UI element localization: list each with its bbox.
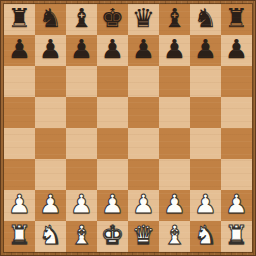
square-c4[interactable]: [66, 128, 97, 159]
square-f5[interactable]: [159, 97, 190, 128]
square-b5[interactable]: [35, 97, 66, 128]
square-f2[interactable]: ♟: [159, 190, 190, 221]
square-e7[interactable]: ♟: [128, 35, 159, 66]
square-a6[interactable]: [4, 66, 35, 97]
piece-black-queen[interactable]: ♛: [132, 3, 155, 34]
square-e4[interactable]: [128, 128, 159, 159]
piece-white-pawn[interactable]: ♟: [194, 189, 217, 220]
square-a2[interactable]: ♟: [4, 190, 35, 221]
square-d2[interactable]: ♟: [97, 190, 128, 221]
square-c3[interactable]: [66, 159, 97, 190]
square-e8[interactable]: ♛: [128, 4, 159, 35]
square-d4[interactable]: [97, 128, 128, 159]
piece-white-king[interactable]: ♚: [101, 220, 124, 251]
piece-black-pawn[interactable]: ♟: [101, 34, 124, 65]
piece-black-pawn[interactable]: ♟: [132, 34, 155, 65]
square-b8[interactable]: ♞: [35, 4, 66, 35]
piece-white-rook[interactable]: ♜: [225, 220, 248, 251]
square-e1[interactable]: ♛: [128, 221, 159, 252]
piece-black-pawn[interactable]: ♟: [39, 34, 62, 65]
piece-black-rook[interactable]: ♜: [225, 3, 248, 34]
square-d7[interactable]: ♟: [97, 35, 128, 66]
piece-white-knight[interactable]: ♞: [194, 220, 217, 251]
square-h3[interactable]: [221, 159, 252, 190]
square-c6[interactable]: [66, 66, 97, 97]
chess-board-frame: ♜♞♝♚♛♝♞♜♟♟♟♟♟♟♟♟♟♟♟♟♟♟♟♟♜♞♝♚♛♝♞♜: [0, 0, 256, 256]
square-h8[interactable]: ♜: [221, 4, 252, 35]
piece-white-knight[interactable]: ♞: [39, 220, 62, 251]
piece-white-pawn[interactable]: ♟: [163, 189, 186, 220]
square-a1[interactable]: ♜: [4, 221, 35, 252]
square-a8[interactable]: ♜: [4, 4, 35, 35]
square-a5[interactable]: [4, 97, 35, 128]
piece-black-pawn[interactable]: ♟: [8, 34, 31, 65]
piece-black-king[interactable]: ♚: [101, 3, 124, 34]
square-c1[interactable]: ♝: [66, 221, 97, 252]
piece-black-rook[interactable]: ♜: [8, 3, 31, 34]
square-f7[interactable]: ♟: [159, 35, 190, 66]
piece-black-bishop[interactable]: ♝: [70, 3, 93, 34]
square-g4[interactable]: [190, 128, 221, 159]
square-h5[interactable]: [221, 97, 252, 128]
square-e3[interactable]: [128, 159, 159, 190]
piece-white-pawn[interactable]: ♟: [101, 189, 124, 220]
square-h2[interactable]: ♟: [221, 190, 252, 221]
square-d1[interactable]: ♚: [97, 221, 128, 252]
piece-white-pawn[interactable]: ♟: [39, 189, 62, 220]
square-e2[interactable]: ♟: [128, 190, 159, 221]
square-g2[interactable]: ♟: [190, 190, 221, 221]
square-f3[interactable]: [159, 159, 190, 190]
piece-black-pawn[interactable]: ♟: [163, 34, 186, 65]
square-d6[interactable]: [97, 66, 128, 97]
piece-black-pawn[interactable]: ♟: [194, 34, 217, 65]
square-g3[interactable]: [190, 159, 221, 190]
piece-white-rook[interactable]: ♜: [8, 220, 31, 251]
square-h1[interactable]: ♜: [221, 221, 252, 252]
square-b3[interactable]: [35, 159, 66, 190]
piece-white-bishop[interactable]: ♝: [70, 220, 93, 251]
square-f4[interactable]: [159, 128, 190, 159]
square-c2[interactable]: ♟: [66, 190, 97, 221]
square-f1[interactable]: ♝: [159, 221, 190, 252]
square-c7[interactable]: ♟: [66, 35, 97, 66]
square-h7[interactable]: ♟: [221, 35, 252, 66]
square-g7[interactable]: ♟: [190, 35, 221, 66]
square-b6[interactable]: [35, 66, 66, 97]
square-g1[interactable]: ♞: [190, 221, 221, 252]
square-d8[interactable]: ♚: [97, 4, 128, 35]
piece-black-pawn[interactable]: ♟: [225, 34, 248, 65]
square-c5[interactable]: [66, 97, 97, 128]
square-b1[interactable]: ♞: [35, 221, 66, 252]
piece-white-pawn[interactable]: ♟: [225, 189, 248, 220]
square-a4[interactable]: [4, 128, 35, 159]
piece-white-bishop[interactable]: ♝: [163, 220, 186, 251]
square-a3[interactable]: [4, 159, 35, 190]
square-g6[interactable]: [190, 66, 221, 97]
square-h4[interactable]: [221, 128, 252, 159]
square-d5[interactable]: [97, 97, 128, 128]
square-b7[interactable]: ♟: [35, 35, 66, 66]
square-e6[interactable]: [128, 66, 159, 97]
piece-black-knight[interactable]: ♞: [194, 3, 217, 34]
piece-black-knight[interactable]: ♞: [39, 3, 62, 34]
square-e5[interactable]: [128, 97, 159, 128]
square-b2[interactable]: ♟: [35, 190, 66, 221]
piece-white-pawn[interactable]: ♟: [70, 189, 93, 220]
square-f6[interactable]: [159, 66, 190, 97]
piece-white-pawn[interactable]: ♟: [8, 189, 31, 220]
square-a7[interactable]: ♟: [4, 35, 35, 66]
piece-black-bishop[interactable]: ♝: [163, 3, 186, 34]
square-g5[interactable]: [190, 97, 221, 128]
square-d3[interactable]: [97, 159, 128, 190]
piece-black-pawn[interactable]: ♟: [70, 34, 93, 65]
square-h6[interactable]: [221, 66, 252, 97]
chess-board: ♜♞♝♚♛♝♞♜♟♟♟♟♟♟♟♟♟♟♟♟♟♟♟♟♜♞♝♚♛♝♞♜: [4, 4, 252, 252]
square-g8[interactable]: ♞: [190, 4, 221, 35]
square-b4[interactable]: [35, 128, 66, 159]
square-c8[interactable]: ♝: [66, 4, 97, 35]
square-f8[interactable]: ♝: [159, 4, 190, 35]
piece-white-queen[interactable]: ♛: [132, 220, 155, 251]
piece-white-pawn[interactable]: ♟: [132, 189, 155, 220]
